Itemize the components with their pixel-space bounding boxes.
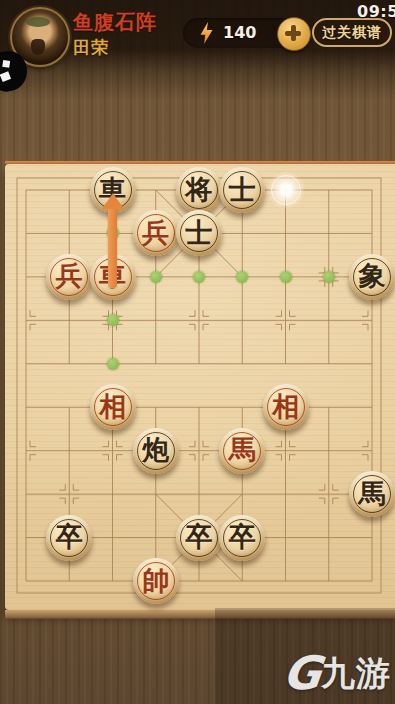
- piece-glyph: 馬: [229, 436, 256, 463]
- jiuyou-logo-mark: G: [281, 653, 323, 694]
- piece-red-soldier[interactable]: 兵: [46, 254, 92, 300]
- piece-glyph: 卒: [56, 523, 83, 550]
- piece-glyph: 将: [186, 176, 213, 203]
- move-target-dot[interactable]: [280, 271, 292, 283]
- lightning-icon: [199, 22, 214, 44]
- piece-glyph: 士: [229, 176, 256, 203]
- piece-glyph: 象: [359, 262, 386, 289]
- energy-value: 140: [223, 23, 256, 42]
- jiuyou-watermark: G 九游: [283, 653, 391, 694]
- piece-glyph: 帥: [142, 567, 169, 594]
- piece-glyph: 卒: [186, 523, 213, 550]
- move-target-dot[interactable]: [150, 271, 162, 283]
- piece-glyph: 兵: [56, 262, 83, 289]
- move-target-dot[interactable]: [107, 314, 119, 326]
- piece-black-soldier[interactable]: 卒: [46, 515, 92, 561]
- piece-red-general[interactable]: 帥: [133, 558, 179, 604]
- piece-glyph: 卒: [229, 523, 256, 550]
- piece-glyph: 士: [186, 219, 213, 246]
- clock-text: 09:59: [357, 2, 395, 21]
- piece-black-horse[interactable]: 馬: [349, 471, 395, 517]
- stage-title: 鱼腹石阵: [73, 9, 157, 36]
- piece-glyph: 炮: [142, 436, 169, 463]
- piece-black-soldier[interactable]: 卒: [176, 515, 222, 561]
- piece-red-soldier[interactable]: 兵: [133, 210, 179, 256]
- add-energy-button[interactable]: [277, 17, 311, 51]
- piece-black-soldier[interactable]: 卒: [219, 515, 265, 561]
- move-target-dot[interactable]: [323, 271, 335, 283]
- capture-flash-effect: [266, 170, 306, 210]
- jiuyou-logo-text: 九游: [321, 658, 391, 689]
- player-name: 田荣: [73, 36, 109, 59]
- piece-black-elephant[interactable]: 象: [349, 254, 395, 300]
- piece-red-elephant[interactable]: 相: [90, 384, 136, 430]
- piece-black-cannon[interactable]: 炮: [133, 428, 179, 474]
- piece-glyph: 相: [99, 393, 126, 420]
- hint-arrow: [108, 206, 117, 288]
- move-target-dot[interactable]: [107, 358, 119, 370]
- piece-glyph: 相: [272, 393, 299, 420]
- piece-glyph: 兵: [142, 219, 169, 246]
- xiangqi-board[interactable]: 車将士兵士兵車象相相炮馬馬卒卒卒帥: [5, 164, 395, 610]
- hint-arrow-head: [102, 193, 124, 209]
- piece-black-general[interactable]: 将: [176, 167, 222, 213]
- piece-red-elephant[interactable]: 相: [263, 384, 309, 430]
- move-target-dot[interactable]: [193, 271, 205, 283]
- piece-glyph: 馬: [359, 480, 386, 507]
- piece-black-advisor[interactable]: 士: [219, 167, 265, 213]
- piece-red-horse[interactable]: 馬: [219, 428, 265, 474]
- game-screen: 鱼腹石阵 田荣 140 过关棋谱 09:59 車将士兵士兵車象相相炮馬馬卒卒卒帥…: [0, 0, 395, 704]
- stage-records-button[interactable]: 过关棋谱: [312, 18, 392, 47]
